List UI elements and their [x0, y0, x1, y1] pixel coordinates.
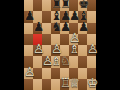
- piece-white-queen-f1[interactable]: ♕: [69, 75, 78, 90]
- square-a5[interactable]: [24, 34, 33, 45]
- piece-black-pawn-b6[interactable]: ♟: [33, 19, 42, 34]
- piece-black-pawn-e6[interactable]: ♟: [60, 19, 69, 34]
- piece-white-pawn-b4[interactable]: ♙: [33, 41, 42, 56]
- piece-white-pawn-h4[interactable]: ♙: [87, 41, 96, 56]
- piece-black-pawn-a7[interactable]: ♟: [24, 8, 33, 23]
- square-c8[interactable]: [42, 0, 51, 11]
- square-d1[interactable]: [51, 79, 60, 90]
- square-a6[interactable]: [24, 23, 33, 34]
- square-d2[interactable]: [51, 68, 60, 79]
- piece-white-king-h1[interactable]: ♔: [87, 75, 96, 90]
- piece-white-pawn-a2[interactable]: ♙: [24, 64, 33, 79]
- square-a4[interactable]: [24, 45, 33, 56]
- square-a1[interactable]: [24, 79, 33, 90]
- square-c1[interactable]: [42, 79, 51, 90]
- square-g3[interactable]: [78, 56, 87, 67]
- letterbox-right-bar: [96, 0, 120, 90]
- square-b1[interactable]: [33, 79, 42, 90]
- chess-board[interactable]: ♜♜♚♟♝♟♟♝♟♞♟♟♙♙♙♗♙♙♗♘♙♖♕♔: [24, 0, 96, 90]
- square-c2[interactable]: [42, 68, 51, 79]
- piece-black-knight-d6[interactable]: ♞: [51, 19, 60, 34]
- square-h3[interactable]: [87, 56, 96, 67]
- letterbox-left-bar: [0, 0, 24, 90]
- piece-white-bishop-d3[interactable]: ♗: [51, 53, 60, 68]
- piece-white-knight-e3[interactable]: ♘: [60, 53, 69, 68]
- chess-video-frame: ♜♜♚♟♝♟♟♝♟♞♟♟♙♙♙♗♙♙♗♘♙♖♕♔: [0, 0, 120, 90]
- piece-white-rook-e1[interactable]: ♖: [60, 75, 69, 90]
- piece-white-pawn-c3[interactable]: ♙: [42, 53, 51, 68]
